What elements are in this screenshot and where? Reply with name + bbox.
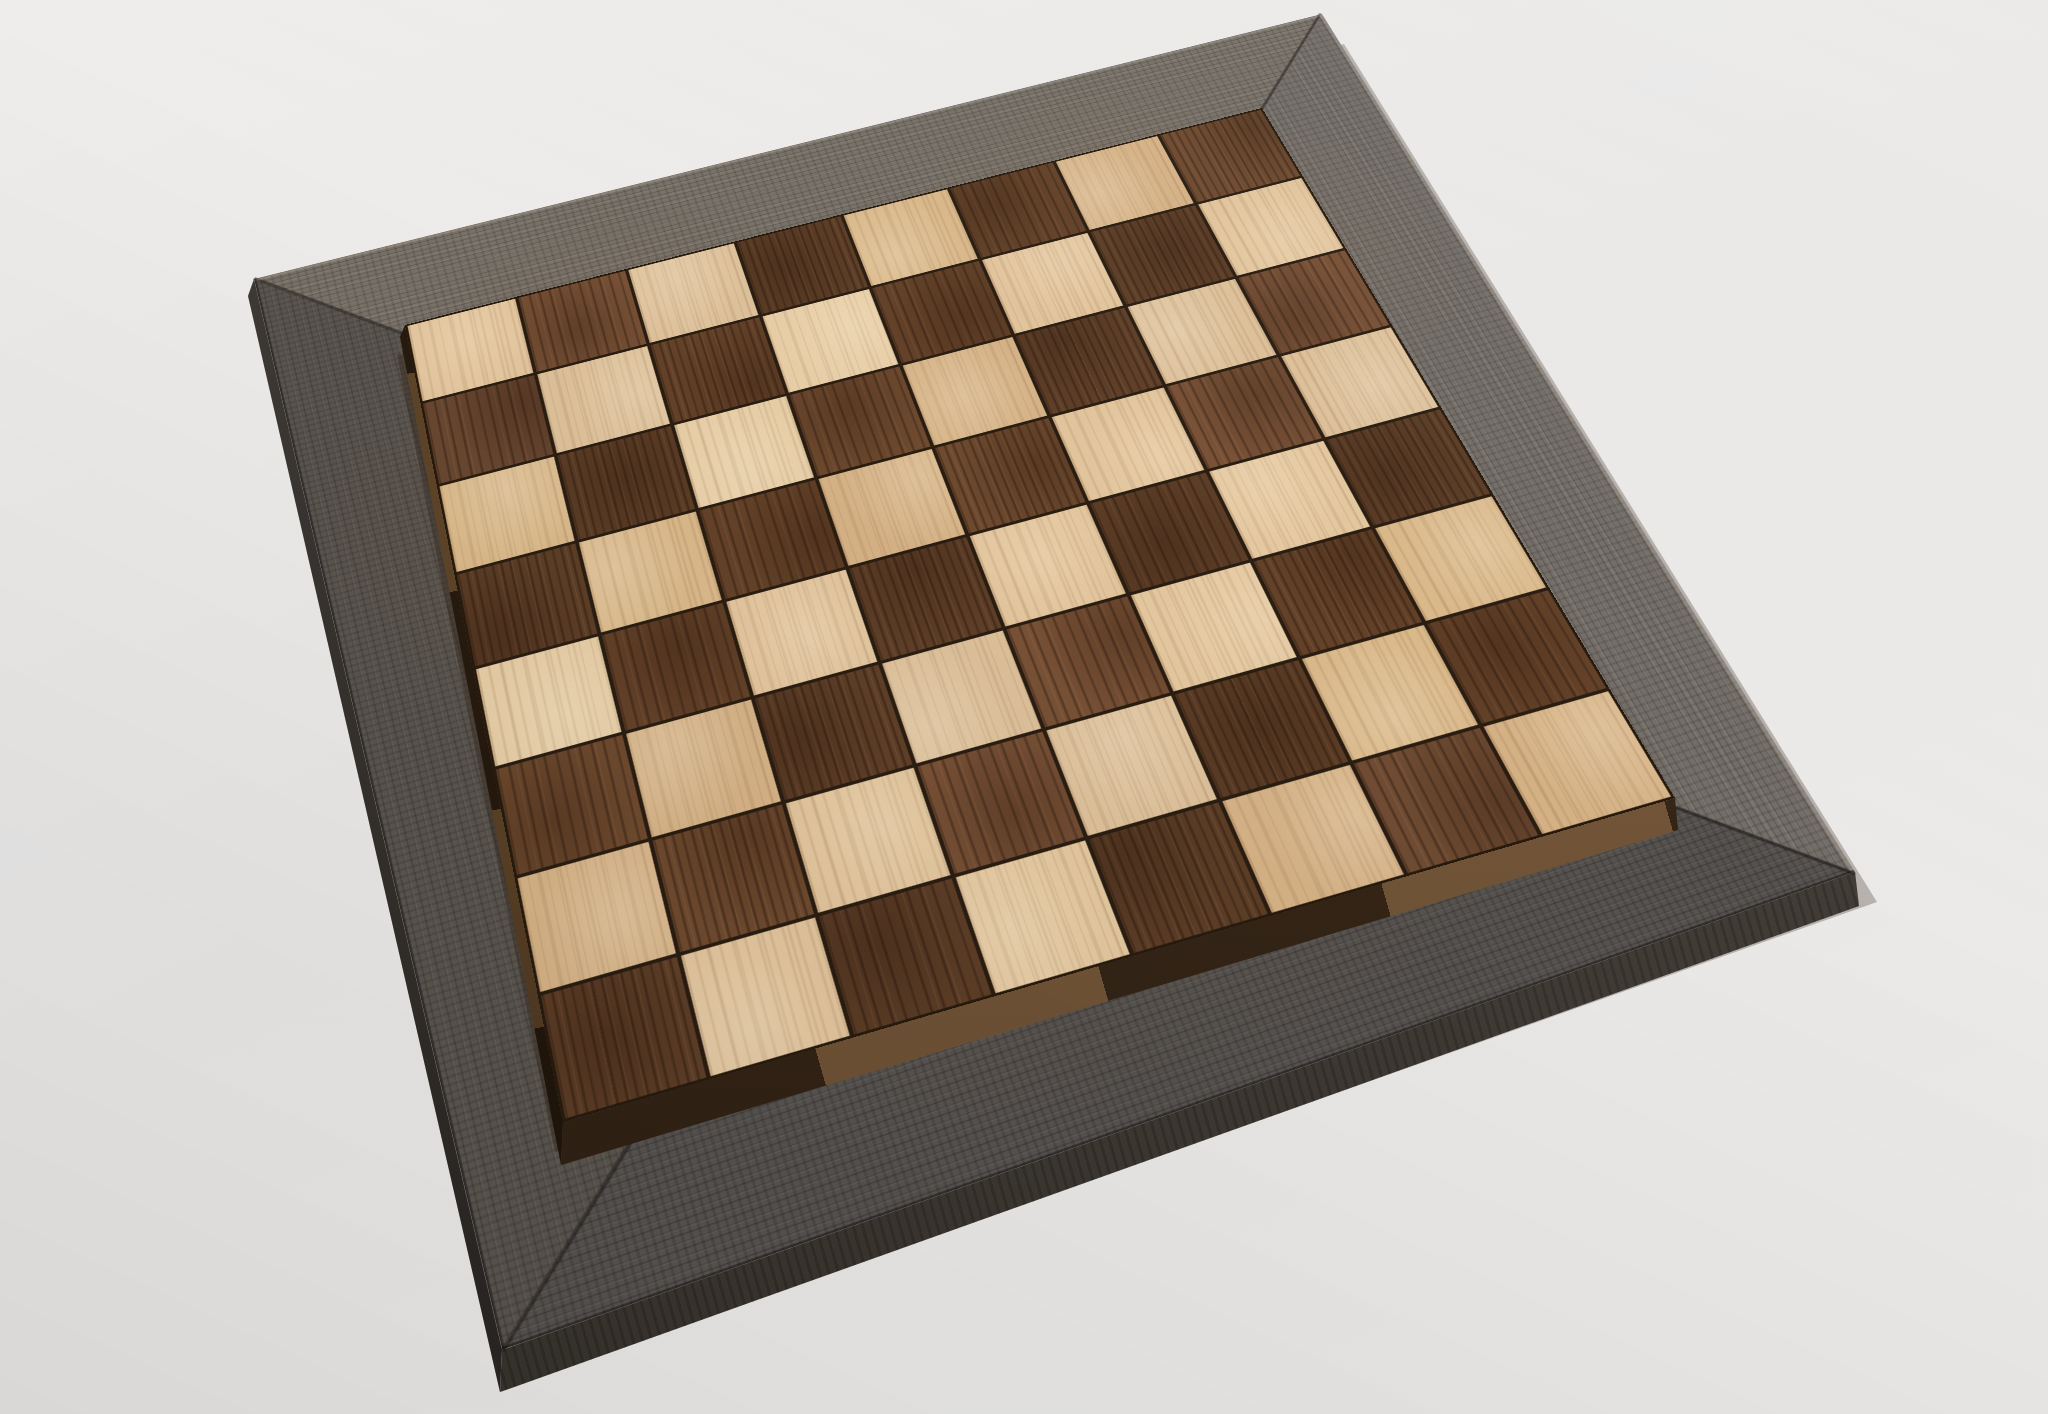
product-photo	[0, 0, 2048, 1414]
